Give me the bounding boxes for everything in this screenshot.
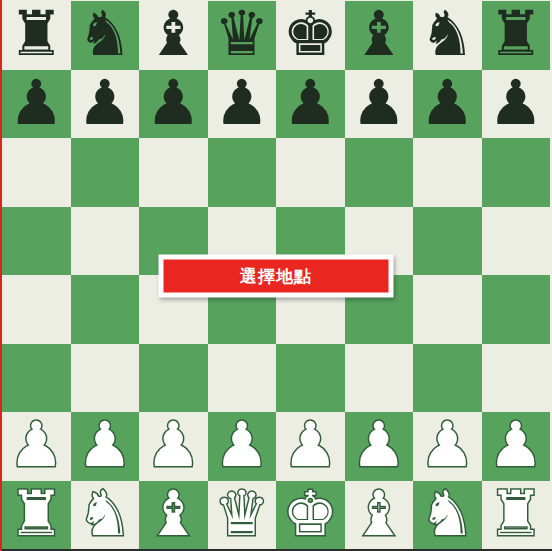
- square-h6[interactable]: [482, 138, 551, 207]
- square-a7[interactable]: ♟: [2, 70, 71, 139]
- white-rook[interactable]: ♜: [488, 483, 544, 545]
- square-d8[interactable]: ♛: [208, 1, 277, 70]
- square-g7[interactable]: ♟: [413, 70, 482, 139]
- square-b6[interactable]: [71, 138, 140, 207]
- square-e2[interactable]: ♟: [276, 412, 345, 481]
- black-pawn[interactable]: ♟: [145, 72, 201, 134]
- black-rook[interactable]: ♜: [8, 3, 64, 65]
- white-pawn[interactable]: ♟: [351, 414, 407, 476]
- square-a1[interactable]: ♜: [2, 481, 71, 550]
- white-pawn[interactable]: ♟: [488, 414, 544, 476]
- white-king[interactable]: ♚: [282, 483, 338, 545]
- square-c3[interactable]: [139, 344, 208, 413]
- square-e6[interactable]: [276, 138, 345, 207]
- square-b7[interactable]: ♟: [71, 70, 140, 139]
- black-pawn[interactable]: ♟: [488, 72, 544, 134]
- square-f6[interactable]: [345, 138, 414, 207]
- square-a5[interactable]: [2, 207, 71, 276]
- square-f8[interactable]: ♝: [345, 1, 414, 70]
- white-bishop[interactable]: ♝: [351, 483, 407, 545]
- black-pawn[interactable]: ♟: [77, 72, 133, 134]
- square-f2[interactable]: ♟: [345, 412, 414, 481]
- square-g1[interactable]: ♞: [413, 481, 482, 550]
- black-pawn[interactable]: ♟: [282, 72, 338, 134]
- white-pawn[interactable]: ♟: [8, 414, 64, 476]
- square-g8[interactable]: ♞: [413, 1, 482, 70]
- square-b1[interactable]: ♞: [71, 481, 140, 550]
- white-queen[interactable]: ♛: [214, 483, 270, 545]
- white-pawn[interactable]: ♟: [145, 414, 201, 476]
- black-pawn[interactable]: ♟: [8, 72, 64, 134]
- white-rook[interactable]: ♜: [8, 483, 64, 545]
- square-c7[interactable]: ♟: [139, 70, 208, 139]
- square-h2[interactable]: ♟: [482, 412, 551, 481]
- square-h4[interactable]: [482, 275, 551, 344]
- square-h3[interactable]: [482, 344, 551, 413]
- black-bishop[interactable]: ♝: [145, 3, 201, 65]
- square-d2[interactable]: ♟: [208, 412, 277, 481]
- square-e3[interactable]: [276, 344, 345, 413]
- game-viewport: ♜♞♝♛♚♝♞♜♟♟♟♟♟♟♟♟♟♟♟♟♟♟♟♟♜♞♝♛♚♝♞♜ 選擇地點: [0, 0, 552, 551]
- selection-banner[interactable]: 選擇地點: [159, 254, 394, 297]
- square-f7[interactable]: ♟: [345, 70, 414, 139]
- black-bishop[interactable]: ♝: [351, 3, 407, 65]
- square-e8[interactable]: ♚: [276, 1, 345, 70]
- white-pawn[interactable]: ♟: [214, 414, 270, 476]
- square-a3[interactable]: [2, 344, 71, 413]
- selection-banner-label: 選擇地點: [164, 259, 389, 292]
- square-g6[interactable]: [413, 138, 482, 207]
- square-h1[interactable]: ♜: [482, 481, 551, 550]
- square-h8[interactable]: ♜: [482, 1, 551, 70]
- square-h5[interactable]: [482, 207, 551, 276]
- black-king[interactable]: ♚: [282, 3, 338, 65]
- square-a4[interactable]: [2, 275, 71, 344]
- square-d1[interactable]: ♛: [208, 481, 277, 550]
- black-knight[interactable]: ♞: [419, 3, 475, 65]
- square-f1[interactable]: ♝: [345, 481, 414, 550]
- white-bishop[interactable]: ♝: [145, 483, 201, 545]
- square-e7[interactable]: ♟: [276, 70, 345, 139]
- square-b5[interactable]: [71, 207, 140, 276]
- black-knight[interactable]: ♞: [77, 3, 133, 65]
- black-queen[interactable]: ♛: [214, 3, 270, 65]
- square-a2[interactable]: ♟: [2, 412, 71, 481]
- square-b2[interactable]: ♟: [71, 412, 140, 481]
- black-rook[interactable]: ♜: [488, 3, 544, 65]
- square-f3[interactable]: [345, 344, 414, 413]
- square-c2[interactable]: ♟: [139, 412, 208, 481]
- black-pawn[interactable]: ♟: [214, 72, 270, 134]
- square-b3[interactable]: [71, 344, 140, 413]
- black-pawn[interactable]: ♟: [419, 72, 475, 134]
- square-g2[interactable]: ♟: [413, 412, 482, 481]
- white-knight[interactable]: ♞: [77, 483, 133, 545]
- square-d6[interactable]: [208, 138, 277, 207]
- square-g3[interactable]: [413, 344, 482, 413]
- square-g5[interactable]: [413, 207, 482, 276]
- square-b4[interactable]: [71, 275, 140, 344]
- square-c8[interactable]: ♝: [139, 1, 208, 70]
- square-a6[interactable]: [2, 138, 71, 207]
- white-pawn[interactable]: ♟: [282, 414, 338, 476]
- black-pawn[interactable]: ♟: [351, 72, 407, 134]
- square-c6[interactable]: [139, 138, 208, 207]
- square-h7[interactable]: ♟: [482, 70, 551, 139]
- white-pawn[interactable]: ♟: [419, 414, 475, 476]
- square-d3[interactable]: [208, 344, 277, 413]
- square-c1[interactable]: ♝: [139, 481, 208, 550]
- square-g4[interactable]: [413, 275, 482, 344]
- white-knight[interactable]: ♞: [419, 483, 475, 545]
- square-e1[interactable]: ♚: [276, 481, 345, 550]
- square-a8[interactable]: ♜: [2, 1, 71, 70]
- square-b8[interactable]: ♞: [71, 1, 140, 70]
- white-pawn[interactable]: ♟: [77, 414, 133, 476]
- left-edge-accent-line: [0, 0, 2, 551]
- square-d7[interactable]: ♟: [208, 70, 277, 139]
